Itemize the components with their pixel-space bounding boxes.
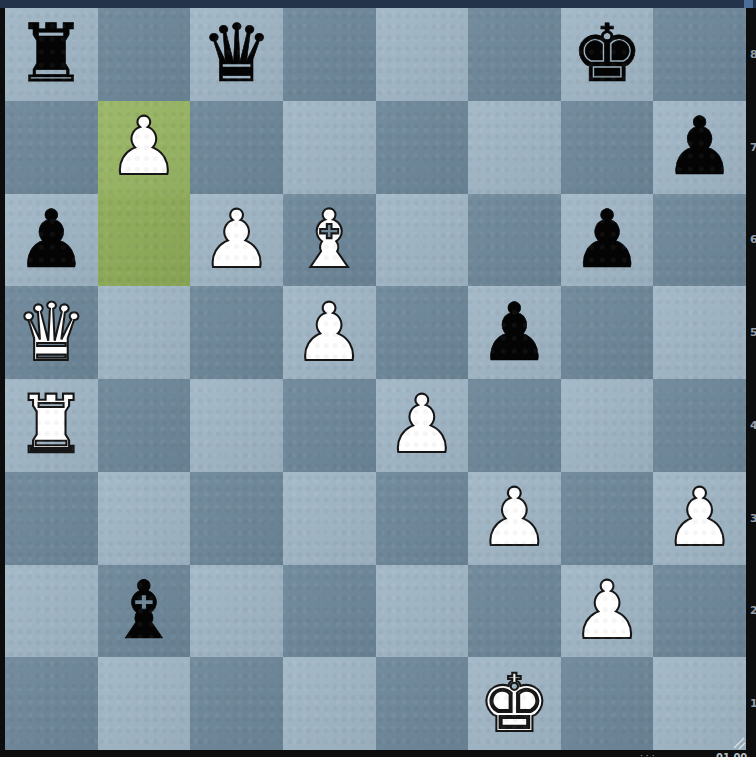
square-f8[interactable]: [468, 8, 561, 101]
square-b6[interactable]: [98, 194, 191, 287]
square-g2[interactable]: ♟: [561, 565, 654, 658]
square-h2[interactable]: [653, 565, 746, 658]
square-h7[interactable]: ♟: [653, 101, 746, 194]
square-h3[interactable]: ♟: [653, 472, 746, 565]
piece-white-pawn-g2[interactable]: ♟: [561, 565, 654, 658]
square-d1[interactable]: [283, 657, 376, 750]
file-label-c: c: [190, 750, 283, 757]
square-b8[interactable]: [98, 8, 191, 101]
bottom-bar-dots: ···: [640, 751, 680, 757]
piece-white-pawn-d5[interactable]: ♟: [283, 286, 376, 379]
square-f2[interactable]: [468, 565, 561, 658]
piece-white-bishop-d6[interactable]: ♝: [283, 194, 376, 287]
rank-label-4: 4: [746, 379, 756, 472]
piece-white-rook-a4[interactable]: ♜: [5, 379, 98, 472]
piece-white-pawn-b7[interactable]: ♟: [98, 101, 191, 194]
square-d3[interactable]: [283, 472, 376, 565]
piece-black-pawn-f5[interactable]: ♟: [468, 286, 561, 379]
square-g1[interactable]: [561, 657, 654, 750]
piece-white-pawn-e4[interactable]: ♟: [376, 379, 469, 472]
chess-board: ♜♛♚♟♟♟♟♝♟♛♟♟♜♟♟♟♝♟♚: [5, 8, 746, 750]
piece-white-king-f1[interactable]: ♚: [468, 657, 561, 750]
piece-black-king-g8[interactable]: ♚: [561, 8, 654, 101]
rank-label-3: 3: [746, 472, 756, 565]
rank-label-text: 5: [750, 326, 756, 339]
rank-label-text: 6: [750, 233, 756, 246]
square-b1[interactable]: [98, 657, 191, 750]
square-c1[interactable]: [190, 657, 283, 750]
file-label-f: f: [468, 750, 561, 757]
square-b3[interactable]: [98, 472, 191, 565]
square-d2[interactable]: [283, 565, 376, 658]
square-g5[interactable]: [561, 286, 654, 379]
square-b4[interactable]: [98, 379, 191, 472]
square-e6[interactable]: [376, 194, 469, 287]
piece-black-queen-c8[interactable]: ♛: [190, 8, 283, 101]
rank-label-8: 8: [746, 8, 756, 101]
square-c4[interactable]: [190, 379, 283, 472]
rank-label-text: 8: [750, 48, 756, 61]
square-f5[interactable]: ♟: [468, 286, 561, 379]
piece-black-pawn-a6[interactable]: ♟: [5, 194, 98, 287]
square-e1[interactable]: [376, 657, 469, 750]
square-d5[interactable]: ♟: [283, 286, 376, 379]
square-f1[interactable]: ♚: [468, 657, 561, 750]
square-c5[interactable]: [190, 286, 283, 379]
square-d4[interactable]: [283, 379, 376, 472]
square-e3[interactable]: [376, 472, 469, 565]
square-g7[interactable]: [561, 101, 654, 194]
square-d7[interactable]: [283, 101, 376, 194]
file-label-e: e: [376, 750, 469, 757]
square-f6[interactable]: [468, 194, 561, 287]
file-label-d: d: [283, 750, 376, 757]
square-f4[interactable]: [468, 379, 561, 472]
piece-black-bishop-b2[interactable]: ♝: [98, 565, 191, 658]
bottom-bar-clipped-text: 01 00: [716, 751, 756, 757]
square-h6[interactable]: [653, 194, 746, 287]
top-bar-accent: [744, 0, 753, 8]
square-d6[interactable]: ♝: [283, 194, 376, 287]
square-e2[interactable]: [376, 565, 469, 658]
square-e7[interactable]: [376, 101, 469, 194]
piece-black-pawn-g6[interactable]: ♟: [561, 194, 654, 287]
rank-label-1: 1: [746, 657, 756, 750]
piece-white-pawn-c6[interactable]: ♟: [190, 194, 283, 287]
square-g6[interactable]: ♟: [561, 194, 654, 287]
square-g8[interactable]: ♚: [561, 8, 654, 101]
square-c2[interactable]: [190, 565, 283, 658]
square-h5[interactable]: [653, 286, 746, 379]
square-h4[interactable]: [653, 379, 746, 472]
square-b2[interactable]: ♝: [98, 565, 191, 658]
rank-label-text: 4: [750, 419, 756, 432]
square-a6[interactable]: ♟: [5, 194, 98, 287]
rank-label-5: 5: [746, 286, 756, 379]
square-c6[interactable]: ♟: [190, 194, 283, 287]
square-g4[interactable]: [561, 379, 654, 472]
rank-label-text: 1: [750, 697, 756, 710]
piece-white-pawn-h3[interactable]: ♟: [653, 472, 746, 565]
piece-black-rook-a8[interactable]: ♜: [5, 8, 98, 101]
rank-label-7: 7: [746, 101, 756, 194]
page-root: ♜♛♚♟♟♟♟♝♟♛♟♟♜♟♟♟♝♟♚ 87654321 abcdefgh ··…: [0, 0, 756, 757]
file-label-a: a: [5, 750, 98, 757]
rank-label-text: 3: [750, 512, 756, 525]
square-a3[interactable]: [5, 472, 98, 565]
square-e8[interactable]: [376, 8, 469, 101]
square-a1[interactable]: [5, 657, 98, 750]
square-b7[interactable]: ♟: [98, 101, 191, 194]
piece-white-pawn-f3[interactable]: ♟: [468, 472, 561, 565]
rank-label-text: 2: [750, 604, 756, 617]
square-e4[interactable]: ♟: [376, 379, 469, 472]
square-c7[interactable]: [190, 101, 283, 194]
square-a7[interactable]: [5, 101, 98, 194]
square-a2[interactable]: [5, 565, 98, 658]
square-b5[interactable]: [98, 286, 191, 379]
rank-label-2: 2: [746, 565, 756, 658]
file-label-b: b: [98, 750, 191, 757]
square-e5[interactable]: [376, 286, 469, 379]
file-labels: abcdefgh: [5, 750, 746, 757]
square-h8[interactable]: [653, 8, 746, 101]
square-c3[interactable]: [190, 472, 283, 565]
square-g3[interactable]: [561, 472, 654, 565]
rank-label-text: 7: [750, 141, 756, 154]
square-c8[interactable]: ♛: [190, 8, 283, 101]
square-f7[interactable]: [468, 101, 561, 194]
board-resize-handle-icon[interactable]: [731, 735, 747, 751]
square-a8[interactable]: ♜: [5, 8, 98, 101]
rank-label-6: 6: [746, 194, 756, 287]
rank-labels: 87654321: [746, 8, 756, 750]
square-a4[interactable]: ♜: [5, 379, 98, 472]
square-d8[interactable]: [283, 8, 376, 101]
piece-white-queen-a5[interactable]: ♛: [5, 286, 98, 379]
square-f3[interactable]: ♟: [468, 472, 561, 565]
square-a5[interactable]: ♛: [5, 286, 98, 379]
piece-black-pawn-h7[interactable]: ♟: [653, 101, 746, 194]
